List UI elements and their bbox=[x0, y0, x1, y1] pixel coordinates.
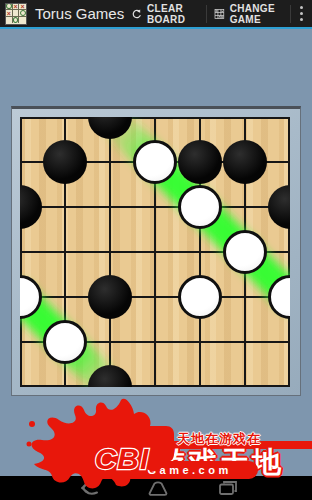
overflow-dot-icon bbox=[300, 6, 303, 9]
logo-cell bbox=[19, 10, 26, 17]
refresh-icon bbox=[131, 6, 142, 22]
watermark-brand: CBI bbox=[95, 442, 150, 475]
clear-board-label: CLEAR BOARD bbox=[147, 3, 199, 25]
nav-back-button[interactable] bbox=[67, 476, 111, 500]
stone-white bbox=[268, 275, 290, 319]
overflow-menu-button[interactable] bbox=[291, 0, 312, 27]
stone-black bbox=[20, 185, 42, 229]
stone-black bbox=[43, 140, 87, 184]
game-grid-icon bbox=[214, 6, 225, 22]
overflow-dot-icon bbox=[300, 18, 303, 21]
change-game-label: CHANGE GAME bbox=[230, 3, 284, 25]
stone-white bbox=[178, 185, 222, 229]
stone-black bbox=[88, 117, 132, 139]
home-icon bbox=[146, 480, 170, 496]
clear-board-button[interactable]: CLEAR BOARD bbox=[124, 0, 206, 27]
stones-layer bbox=[20, 117, 290, 387]
stone-black bbox=[88, 275, 132, 319]
app-icon[interactable]: ××× bbox=[5, 3, 27, 25]
logo-cell bbox=[19, 17, 26, 24]
logo-cell: × bbox=[19, 4, 26, 11]
overflow-dot-icon bbox=[300, 12, 303, 15]
actionbar-accent-line bbox=[0, 27, 312, 29]
stone-white bbox=[133, 140, 177, 184]
go-board bbox=[20, 117, 290, 387]
stone-black bbox=[268, 185, 290, 229]
stone-black bbox=[178, 140, 222, 184]
nav-home-button[interactable] bbox=[136, 476, 180, 500]
back-arrow-icon bbox=[77, 479, 101, 497]
logo-cell bbox=[6, 17, 13, 24]
change-game-button[interactable]: CHANGE GAME bbox=[207, 0, 290, 27]
logo-cell bbox=[13, 17, 20, 24]
nav-recents-button[interactable] bbox=[206, 476, 250, 500]
stone-white bbox=[223, 230, 267, 274]
recent-apps-icon bbox=[216, 479, 240, 497]
action-bar: ××× Torus Games CLEAR BOARD bbox=[0, 0, 312, 27]
screen: ××× Torus Games CLEAR BOARD bbox=[0, 0, 312, 500]
stone-white bbox=[178, 275, 222, 319]
tic-tac-toe-logo-icon: ××× bbox=[6, 4, 26, 24]
app-title: Torus Games bbox=[35, 5, 124, 22]
logo-cell bbox=[6, 4, 13, 11]
watermark-red-bar bbox=[152, 441, 312, 449]
watermark-url: CbiGame.com bbox=[119, 464, 231, 476]
stone-white bbox=[43, 320, 87, 364]
android-nav-bar bbox=[0, 476, 312, 500]
stone-black bbox=[88, 365, 132, 387]
logo-cell: × bbox=[6, 10, 13, 17]
logo-cell: × bbox=[13, 4, 20, 11]
logo-cell bbox=[13, 10, 20, 17]
watermark-slogan: 天地在游戏在 bbox=[177, 430, 312, 448]
stone-black bbox=[223, 140, 267, 184]
stone-white bbox=[20, 275, 42, 319]
board-frame bbox=[11, 106, 301, 396]
